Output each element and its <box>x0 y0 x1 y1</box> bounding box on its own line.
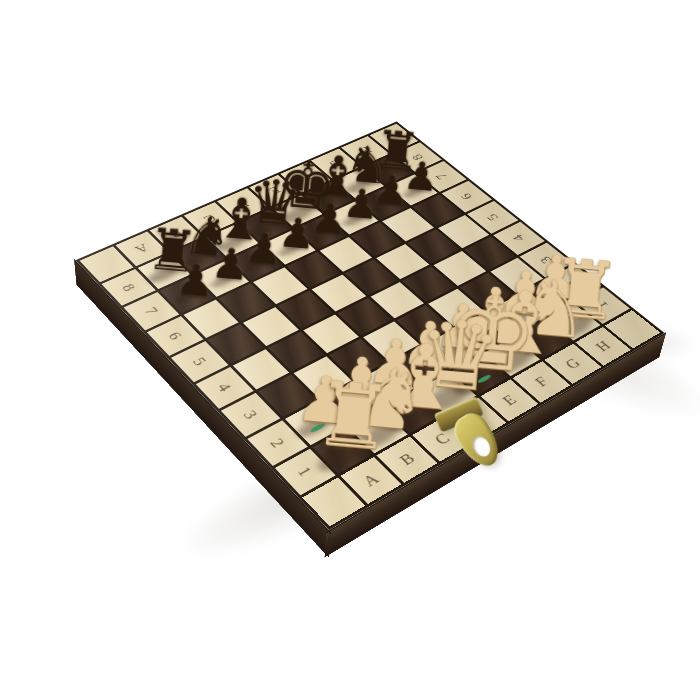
coord-label-right-6: 6 <box>458 191 475 201</box>
coord-label-right-4: 4 <box>510 233 527 243</box>
coord-label-left-6: 6 <box>165 330 185 342</box>
coord-label-right-5: 5 <box>484 212 501 222</box>
square-c6[interactable] <box>253 268 307 305</box>
coord-label-left-1: 1 <box>294 464 315 479</box>
coord-label-bottom-h: H <box>593 339 614 354</box>
coord-label-bottom-g: G <box>562 356 583 372</box>
coord-label-left-2: 2 <box>267 436 288 450</box>
coord-label-left-5: 5 <box>189 355 209 368</box>
board-scene: ABCDEFGH8♜♞♝♛♚♝♞♜87♟♟♟♟♟♟♟♟7665544332♟♟♟… <box>0 0 700 700</box>
black-pawn-a7[interactable]: ♟ <box>175 259 217 303</box>
coord-label-left-7: 7 <box>142 305 162 317</box>
coord-label-left-4: 4 <box>214 381 234 394</box>
coord-label-left-8: 8 <box>119 282 138 293</box>
chessboard-3d: ABCDEFGH8♜♞♝♛♚♝♞♜87♟♟♟♟♟♟♟♟7665544332♟♟♟… <box>75 121 664 530</box>
black-pawn-b7[interactable]: ♟ <box>210 243 251 286</box>
coord-label-bottom-b: B <box>396 451 418 468</box>
photo-stage: ABCDEFGH8♜♞♝♛♚♝♞♜87♟♟♟♟♟♟♟♟7665544332♟♟♟… <box>0 0 700 700</box>
board-surface: ABCDEFGH8♜♞♝♛♚♝♞♜87♟♟♟♟♟♟♟♟7665544332♟♟♟… <box>75 121 664 530</box>
coord-label-left-3: 3 <box>240 408 261 422</box>
white-rook-a1[interactable]: ♜ <box>311 372 397 462</box>
coord-label-bottom-f: F <box>532 374 551 389</box>
coord-label-bottom-a: A <box>360 471 383 489</box>
